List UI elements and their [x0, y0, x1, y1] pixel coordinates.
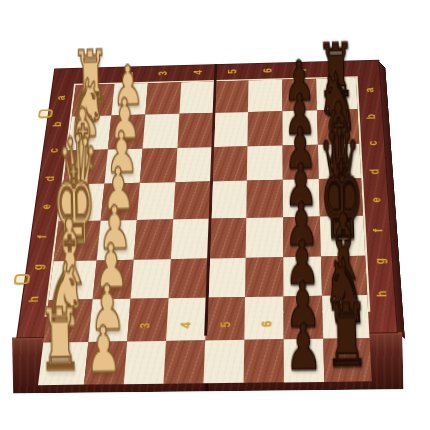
square-h6[interactable] — [244, 339, 284, 383]
square-e6[interactable] — [246, 217, 284, 258]
square-b4[interactable] — [177, 113, 213, 148]
square-f4[interactable] — [169, 258, 209, 298]
square-e4[interactable] — [171, 219, 210, 259]
square-f5[interactable] — [207, 258, 246, 298]
piece-black-pawn-h7[interactable]: ♟ — [284, 315, 322, 380]
square-c4[interactable] — [175, 147, 212, 182]
rank-label-far-6: 6 — [259, 58, 276, 83]
square-h2[interactable]: ♟ — [84, 341, 127, 384]
square-a3[interactable] — [145, 82, 181, 114]
square-d5[interactable] — [210, 181, 247, 219]
square-d3[interactable] — [137, 182, 175, 220]
rank-label-far-4: 4 — [189, 60, 207, 85]
piece-white-rook-h1[interactable]: ♜ — [38, 297, 83, 383]
square-c6[interactable] — [247, 146, 283, 181]
square-a4[interactable] — [179, 81, 214, 113]
square-d4[interactable] — [173, 181, 211, 219]
square-c3[interactable] — [140, 148, 178, 183]
piece-black-rook-h8[interactable]: ♜ — [324, 293, 370, 380]
square-h4[interactable] — [164, 340, 206, 383]
square-h8[interactable]: ♜ — [323, 338, 372, 382]
square-c5[interactable] — [211, 146, 247, 181]
rank-label-far-3: 3 — [154, 61, 172, 86]
square-h3[interactable] — [124, 341, 166, 384]
rank-label-far-5: 5 — [224, 59, 241, 84]
square-f6[interactable] — [245, 257, 283, 297]
square-e3[interactable] — [134, 219, 173, 259]
square-b3[interactable] — [143, 114, 180, 149]
brass-latch-upper — [38, 109, 53, 118]
square-a6[interactable] — [248, 80, 282, 112]
camera-tilt-wrapper: ♜♟♟♜♞♟♟♞♝♟♟♝♛♟♟♛♚♟♟♚♝♟♟♝♞♟♟♞♜♟♟♜ 1234567… — [0, 0, 430, 430]
product-photo-stage: ♜♟♟♜♞♟♟♞♝♟♟♝♛♟♟♛♚♟♟♚♝♟♟♝♞♟♟♞♜♟♟♜ 1234567… — [0, 0, 430, 430]
square-h7[interactable]: ♟ — [284, 339, 325, 383]
piece-white-pawn-h2[interactable]: ♟ — [85, 318, 122, 382]
square-b5[interactable] — [212, 112, 248, 147]
square-e5[interactable] — [208, 218, 246, 259]
square-f3[interactable] — [131, 259, 171, 299]
square-h5[interactable] — [203, 340, 244, 383]
board-frame: ♜♟♟♜♞♟♟♞♝♟♟♝♛♟♟♛♚♟♟♚♝♟♟♝♞♟♟♞♜♟♟♜ 1234567… — [17, 60, 396, 337]
square-b6[interactable] — [247, 111, 282, 146]
square-a5[interactable] — [214, 80, 249, 112]
square-d6[interactable] — [246, 180, 283, 218]
chessboard-scene: ♜♟♟♜♞♟♟♞♝♟♟♝♛♟♟♛♚♟♟♚♝♟♟♝♞♟♟♞♜♟♟♜ 1234567… — [32, 10, 389, 367]
square-h1[interactable]: ♜ — [38, 342, 89, 385]
folding-chessboard: ♜♟♟♜♞♟♟♞♝♟♟♝♛♟♟♛♚♟♟♚♝♟♟♝♞♟♟♞♜♟♟♜ 1234567… — [17, 60, 396, 337]
